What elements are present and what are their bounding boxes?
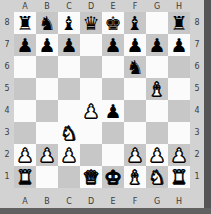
square-c6[interactable] xyxy=(58,56,80,78)
square-d1[interactable]: ♛ xyxy=(80,166,102,188)
square-g5[interactable]: ♝ xyxy=(146,78,168,100)
chess-board-diagram: ABCDEFGH ABCDEFGH 87654321 87654321 ♜♞♝♛… xyxy=(0,0,211,214)
rank-label-left-6: 6 xyxy=(0,56,14,78)
piece-white-pawn: ♟ xyxy=(16,144,33,166)
square-b6[interactable] xyxy=(36,56,58,78)
piece-white-queen: ♛ xyxy=(82,166,99,188)
square-f8[interactable]: ♝ xyxy=(124,12,146,34)
piece-white-pawn: ♟ xyxy=(170,144,187,166)
square-e3[interactable] xyxy=(102,122,124,144)
square-f2[interactable]: ♟ xyxy=(124,144,146,166)
chess-board: ♜♞♝♛♚♝♜♟♟♟♟♟♟♟♞♝♟♟♞♟♟♟♟♟♟♜♛♚♝♞♜ xyxy=(14,12,190,188)
file-label-top-a: A xyxy=(14,1,36,12)
piece-white-pawn: ♟ xyxy=(148,144,165,166)
piece-black-king: ♚ xyxy=(104,12,121,34)
piece-white-pawn: ♟ xyxy=(38,144,55,166)
file-label-bottom-d: D xyxy=(80,196,102,207)
square-g2[interactable]: ♟ xyxy=(146,144,168,166)
file-label-bottom-f: F xyxy=(124,196,146,207)
piece-black-pawn: ♟ xyxy=(104,34,121,56)
square-e8[interactable]: ♚ xyxy=(102,12,124,34)
square-h3[interactable] xyxy=(168,122,190,144)
square-b1[interactable] xyxy=(36,166,58,188)
rank-label-left-3: 3 xyxy=(0,122,14,144)
piece-white-rook: ♜ xyxy=(170,166,187,188)
piece-black-knight: ♞ xyxy=(38,12,55,34)
square-d8[interactable]: ♛ xyxy=(80,12,102,34)
piece-black-bishop: ♝ xyxy=(126,12,143,34)
square-e5[interactable] xyxy=(102,78,124,100)
piece-white-knight: ♞ xyxy=(148,166,165,188)
square-a4[interactable] xyxy=(14,100,36,122)
square-a7[interactable]: ♟ xyxy=(14,34,36,56)
rank-label-left-1: 1 xyxy=(0,166,14,188)
file-labels-bottom: ABCDEFGH xyxy=(14,196,190,207)
square-a5[interactable] xyxy=(14,78,36,100)
square-h8[interactable]: ♜ xyxy=(168,12,190,34)
square-a6[interactable] xyxy=(14,56,36,78)
rank-label-right-4: 4 xyxy=(190,100,204,122)
file-label-top-b: B xyxy=(36,1,58,12)
square-c3[interactable]: ♞ xyxy=(58,122,80,144)
rank-label-left-8: 8 xyxy=(0,12,14,34)
square-e7[interactable]: ♟ xyxy=(102,34,124,56)
square-b4[interactable] xyxy=(36,100,58,122)
file-labels-top: ABCDEFGH xyxy=(14,1,190,12)
piece-black-pawn: ♟ xyxy=(126,34,143,56)
piece-black-pawn: ♟ xyxy=(38,34,55,56)
square-h5[interactable] xyxy=(168,78,190,100)
file-label-top-d: D xyxy=(80,1,102,12)
file-label-bottom-c: C xyxy=(58,196,80,207)
square-c4[interactable] xyxy=(58,100,80,122)
rank-label-right-5: 5 xyxy=(190,78,204,100)
square-h7[interactable]: ♟ xyxy=(168,34,190,56)
square-e1[interactable]: ♚ xyxy=(102,166,124,188)
square-b5[interactable] xyxy=(36,78,58,100)
rank-labels-left: 87654321 xyxy=(0,12,14,188)
file-label-top-f: F xyxy=(124,1,146,12)
board-shadow-edge-right xyxy=(204,0,211,214)
file-label-top-c: C xyxy=(58,1,80,12)
file-label-bottom-a: A xyxy=(14,196,36,207)
square-b8[interactable]: ♞ xyxy=(36,12,58,34)
square-f5[interactable] xyxy=(124,78,146,100)
square-f1[interactable]: ♝ xyxy=(124,166,146,188)
square-h1[interactable]: ♜ xyxy=(168,166,190,188)
rank-label-right-3: 3 xyxy=(190,122,204,144)
square-g1[interactable]: ♞ xyxy=(146,166,168,188)
square-a8[interactable]: ♜ xyxy=(14,12,36,34)
square-e4[interactable]: ♟ xyxy=(102,100,124,122)
piece-white-pawn: ♟ xyxy=(60,144,77,166)
piece-black-pawn: ♟ xyxy=(170,34,187,56)
rank-label-left-5: 5 xyxy=(0,78,14,100)
rank-label-right-7: 7 xyxy=(190,34,204,56)
piece-black-rook: ♜ xyxy=(170,12,187,34)
piece-black-pawn: ♟ xyxy=(104,100,121,122)
rank-label-right-8: 8 xyxy=(190,12,204,34)
square-g7[interactable]: ♟ xyxy=(146,34,168,56)
square-f3[interactable] xyxy=(124,122,146,144)
square-c1[interactable] xyxy=(58,166,80,188)
piece-white-rook: ♜ xyxy=(16,166,33,188)
rank-label-right-1: 1 xyxy=(190,166,204,188)
square-f6[interactable]: ♞ xyxy=(124,56,146,78)
square-f4[interactable] xyxy=(124,100,146,122)
square-a3[interactable] xyxy=(14,122,36,144)
rank-label-left-2: 2 xyxy=(0,144,14,166)
file-label-top-g: G xyxy=(146,1,168,12)
rank-labels-right: 87654321 xyxy=(190,12,204,188)
square-g4[interactable] xyxy=(146,100,168,122)
piece-black-bishop: ♝ xyxy=(60,12,77,34)
piece-black-rook: ♜ xyxy=(16,12,33,34)
square-b2[interactable]: ♟ xyxy=(36,144,58,166)
file-label-bottom-b: B xyxy=(36,196,58,207)
square-b7[interactable]: ♟ xyxy=(36,34,58,56)
piece-black-pawn: ♟ xyxy=(16,34,33,56)
board-shadow-edge-bottom xyxy=(0,208,211,214)
square-a1[interactable]: ♜ xyxy=(14,166,36,188)
square-d7[interactable] xyxy=(80,34,102,56)
piece-white-king: ♚ xyxy=(104,166,121,188)
square-d5[interactable] xyxy=(80,78,102,100)
square-g6[interactable] xyxy=(146,56,168,78)
square-d4[interactable]: ♟ xyxy=(80,100,102,122)
square-e6[interactable] xyxy=(102,56,124,78)
file-label-top-h: H xyxy=(168,1,190,12)
piece-black-knight: ♞ xyxy=(126,56,143,78)
piece-black-pawn: ♟ xyxy=(60,34,77,56)
square-h6[interactable] xyxy=(168,56,190,78)
piece-white-pawn: ♟ xyxy=(126,144,143,166)
square-a2[interactable]: ♟ xyxy=(14,144,36,166)
piece-black-pawn: ♟ xyxy=(148,34,165,56)
rank-label-right-2: 2 xyxy=(190,144,204,166)
rank-label-left-4: 4 xyxy=(0,100,14,122)
piece-white-bishop: ♝ xyxy=(126,166,143,188)
file-label-bottom-h: H xyxy=(168,196,190,207)
piece-black-queen: ♛ xyxy=(82,12,99,34)
file-label-bottom-e: E xyxy=(102,196,124,207)
square-h2[interactable]: ♟ xyxy=(168,144,190,166)
file-label-bottom-g: G xyxy=(146,196,168,207)
square-c7[interactable]: ♟ xyxy=(58,34,80,56)
square-g8[interactable] xyxy=(146,12,168,34)
square-d6[interactable] xyxy=(80,56,102,78)
square-h4[interactable] xyxy=(168,100,190,122)
square-g3[interactable] xyxy=(146,122,168,144)
file-label-top-e: E xyxy=(102,1,124,12)
square-e2[interactable] xyxy=(102,144,124,166)
square-c5[interactable] xyxy=(58,78,80,100)
square-f7[interactable]: ♟ xyxy=(124,34,146,56)
square-c8[interactable]: ♝ xyxy=(58,12,80,34)
square-c2[interactable]: ♟ xyxy=(58,144,80,166)
piece-white-knight: ♞ xyxy=(60,122,77,144)
square-d3[interactable] xyxy=(80,122,102,144)
square-d2[interactable] xyxy=(80,144,102,166)
rank-label-left-7: 7 xyxy=(0,34,14,56)
square-b3[interactable] xyxy=(36,122,58,144)
piece-white-bishop: ♝ xyxy=(148,78,165,100)
piece-white-pawn: ♟ xyxy=(82,100,99,122)
rank-label-right-6: 6 xyxy=(190,56,204,78)
